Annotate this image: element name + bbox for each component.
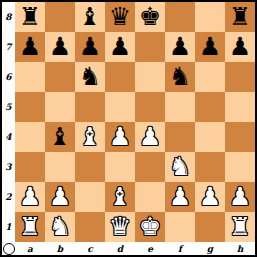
piece-black-pawn-h7[interactable]: ♟ [229, 32, 251, 62]
square-d2[interactable]: ♝ [105, 182, 135, 212]
square-f8[interactable] [165, 2, 195, 32]
square-g3[interactable] [195, 152, 225, 182]
piece-black-pawn-d7[interactable]: ♟ [109, 32, 131, 62]
square-c3[interactable] [75, 152, 105, 182]
square-e5[interactable] [135, 92, 165, 122]
file-label-c: c [75, 242, 105, 255]
piece-black-rook-a8[interactable]: ♜ [19, 2, 41, 32]
piece-black-rook-h8[interactable]: ♜ [229, 2, 251, 32]
piece-black-pawn-a7[interactable]: ♟ [19, 32, 41, 62]
square-h7[interactable]: ♟ [225, 32, 255, 62]
rank-label-6: 6 [2, 62, 15, 92]
piece-white-bishop-d2[interactable]: ♝ [109, 182, 131, 212]
square-h4[interactable] [225, 122, 255, 152]
square-b5[interactable] [45, 92, 75, 122]
square-c4[interactable]: ♝ [75, 122, 105, 152]
square-g6[interactable] [195, 62, 225, 92]
square-h6[interactable] [225, 62, 255, 92]
square-a3[interactable] [15, 152, 45, 182]
rank-label-2: 2 [2, 182, 15, 212]
square-f7[interactable]: ♟ [165, 32, 195, 62]
square-b4[interactable]: ♝ [45, 122, 75, 152]
square-c7[interactable]: ♟ [75, 32, 105, 62]
square-b8[interactable] [45, 2, 75, 32]
square-e3[interactable] [135, 152, 165, 182]
square-d8[interactable]: ♛ [105, 2, 135, 32]
square-h5[interactable] [225, 92, 255, 122]
square-d5[interactable] [105, 92, 135, 122]
square-c5[interactable] [75, 92, 105, 122]
chess-board: 8♜♝♛♚♜7♟♟♟♟♟♟♟6♞♞54♝♝♟♟3♞2♟♟♝♟♟♟1♜♞♛♚♜ab… [0, 0, 257, 257]
square-h2[interactable]: ♟ [225, 182, 255, 212]
square-d3[interactable] [105, 152, 135, 182]
piece-black-pawn-f7[interactable]: ♟ [169, 32, 191, 62]
rank-label-5: 5 [2, 92, 15, 122]
square-f4[interactable] [165, 122, 195, 152]
piece-white-pawn-f2[interactable]: ♟ [169, 182, 191, 212]
file-label-a: a [15, 242, 45, 255]
piece-white-pawn-d4[interactable]: ♟ [109, 122, 131, 152]
piece-black-pawn-g7[interactable]: ♟ [199, 32, 221, 62]
square-d1[interactable]: ♛ [105, 212, 135, 242]
square-e1[interactable]: ♚ [135, 212, 165, 242]
square-e4[interactable]: ♟ [135, 122, 165, 152]
piece-white-rook-h1[interactable]: ♜ [229, 212, 251, 242]
square-c6[interactable]: ♞ [75, 62, 105, 92]
piece-white-bishop-c4[interactable]: ♝ [79, 122, 101, 152]
square-g8[interactable] [195, 2, 225, 32]
piece-white-pawn-g2[interactable]: ♟ [199, 182, 221, 212]
square-c2[interactable] [75, 182, 105, 212]
rank-label-8: 8 [2, 2, 15, 32]
piece-black-knight-c6[interactable]: ♞ [79, 62, 101, 92]
square-a4[interactable] [15, 122, 45, 152]
square-a5[interactable] [15, 92, 45, 122]
square-d4[interactable]: ♟ [105, 122, 135, 152]
piece-white-pawn-e4[interactable]: ♟ [139, 122, 161, 152]
rank-label-4: 4 [2, 122, 15, 152]
square-a2[interactable]: ♟ [15, 182, 45, 212]
square-e7[interactable] [135, 32, 165, 62]
piece-white-king-e1[interactable]: ♚ [139, 212, 161, 242]
square-b3[interactable] [45, 152, 75, 182]
square-b7[interactable]: ♟ [45, 32, 75, 62]
file-label-d: d [105, 242, 135, 255]
square-e8[interactable]: ♚ [135, 2, 165, 32]
piece-black-pawn-c7[interactable]: ♟ [79, 32, 101, 62]
piece-white-rook-a1[interactable]: ♜ [19, 212, 41, 242]
square-d6[interactable] [105, 62, 135, 92]
square-a7[interactable]: ♟ [15, 32, 45, 62]
square-f1[interactable] [165, 212, 195, 242]
rank-label-7: 7 [2, 32, 15, 62]
piece-white-knight-b1[interactable]: ♞ [49, 212, 71, 242]
piece-black-queen-d8[interactable]: ♛ [109, 2, 131, 32]
square-c8[interactable]: ♝ [75, 2, 105, 32]
square-f5[interactable] [165, 92, 195, 122]
square-g2[interactable]: ♟ [195, 182, 225, 212]
square-h8[interactable]: ♜ [225, 2, 255, 32]
square-a6[interactable] [15, 62, 45, 92]
square-b1[interactable]: ♞ [45, 212, 75, 242]
square-a1[interactable]: ♜ [15, 212, 45, 242]
turn-indicator [2, 242, 15, 255]
square-e6[interactable] [135, 62, 165, 92]
piece-black-bishop-c8[interactable]: ♝ [79, 2, 101, 32]
square-g1[interactable] [195, 212, 225, 242]
square-f6[interactable]: ♞ [165, 62, 195, 92]
piece-black-king-e8[interactable]: ♚ [139, 2, 161, 32]
square-g4[interactable] [195, 122, 225, 152]
square-d7[interactable]: ♟ [105, 32, 135, 62]
piece-white-pawn-b2[interactable]: ♟ [49, 182, 71, 212]
square-f2[interactable]: ♟ [165, 182, 195, 212]
piece-white-knight-f3[interactable]: ♞ [169, 152, 191, 182]
piece-black-pawn-b7[interactable]: ♟ [49, 32, 71, 62]
square-f3[interactable]: ♞ [165, 152, 195, 182]
file-label-f: f [165, 242, 195, 255]
square-h3[interactable] [225, 152, 255, 182]
white-to-move-icon [3, 243, 15, 255]
piece-white-queen-d1[interactable]: ♛ [109, 212, 131, 242]
rank-label-3: 3 [2, 152, 15, 182]
square-g5[interactable] [195, 92, 225, 122]
piece-black-knight-f6[interactable]: ♞ [169, 62, 191, 92]
file-label-g: g [195, 242, 225, 255]
square-c1[interactable] [75, 212, 105, 242]
rank-label-1: 1 [2, 212, 15, 242]
piece-black-bishop-b4[interactable]: ♝ [49, 122, 71, 152]
square-e2[interactable] [135, 182, 165, 212]
square-b2[interactable]: ♟ [45, 182, 75, 212]
file-label-b: b [45, 242, 75, 255]
square-g7[interactable]: ♟ [195, 32, 225, 62]
square-a8[interactable]: ♜ [15, 2, 45, 32]
file-label-e: e [135, 242, 165, 255]
piece-white-pawn-h2[interactable]: ♟ [229, 182, 251, 212]
file-label-h: h [225, 242, 255, 255]
square-b6[interactable] [45, 62, 75, 92]
square-h1[interactable]: ♜ [225, 212, 255, 242]
piece-white-pawn-a2[interactable]: ♟ [19, 182, 41, 212]
